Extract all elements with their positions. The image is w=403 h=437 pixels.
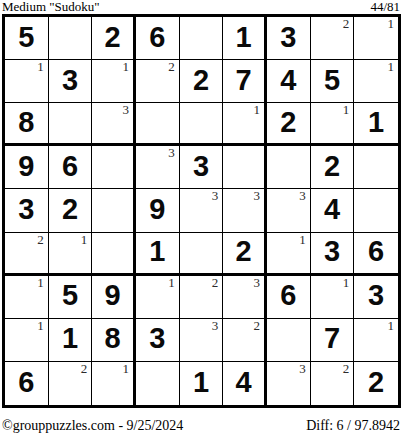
given-digit: 3: [18, 195, 34, 224]
corner-mark: 3: [299, 362, 306, 376]
given-digit: 3: [368, 281, 384, 310]
progress-counter: 44/81: [370, 0, 400, 13]
corner-mark: 2: [37, 233, 44, 247]
cell-r8c6[interactable]: 2: [223, 319, 267, 362]
cell-r8c9[interactable]: 1: [354, 319, 398, 362]
given-digit: 3: [193, 152, 209, 181]
cell-r8c2[interactable]: 1: [49, 319, 93, 362]
given-digit: 6: [62, 152, 78, 181]
given-digit: 1: [149, 237, 165, 266]
given-digit: 3: [324, 237, 340, 266]
given-digit: 8: [18, 108, 34, 137]
corner-mark: 1: [343, 276, 350, 290]
cell-r9c3[interactable]: 1: [92, 362, 136, 405]
corner-mark: 1: [388, 319, 395, 333]
cell-r8c3[interactable]: 8: [92, 319, 136, 362]
cell-r2c1[interactable]: 1: [5, 60, 49, 103]
corner-mark: 1: [123, 362, 130, 376]
cell-r4c7[interactable]: [267, 146, 311, 189]
cell-r9c8[interactable]: 2: [311, 362, 355, 405]
given-digit: 2: [324, 152, 340, 181]
corner-mark: 3: [299, 189, 306, 203]
corner-mark: 1: [388, 60, 395, 74]
cell-r8c4[interactable]: 3: [136, 319, 180, 362]
cell-r8c1[interactable]: 1: [5, 319, 49, 362]
given-digit: 2: [193, 66, 209, 95]
cell-r7c7[interactable]: 6: [267, 276, 311, 319]
given-digit: 6: [280, 281, 296, 310]
cell-r2c7[interactable]: 4: [267, 60, 311, 103]
cell-r7c5[interactable]: 2: [180, 276, 224, 319]
cell-r1c4[interactable]: 6: [136, 17, 180, 60]
given-digit: 2: [105, 23, 121, 52]
cell-r6c2[interactable]: 1: [49, 233, 93, 276]
cell-r8c8[interactable]: 7: [311, 319, 355, 362]
corner-mark: 2: [81, 362, 88, 376]
corner-mark: 3: [123, 103, 130, 117]
cell-r5c1[interactable]: 3: [5, 189, 49, 232]
cell-r7c9[interactable]: 3: [354, 276, 398, 319]
given-digit: 9: [18, 152, 34, 181]
cell-r5c3[interactable]: [92, 189, 136, 232]
given-digit: 7: [324, 324, 340, 353]
cell-r4c9[interactable]: [354, 146, 398, 189]
cell-r4c5[interactable]: 3: [180, 146, 224, 189]
cell-r5c4[interactable]: 9: [136, 189, 180, 232]
cell-r2c5[interactable]: 2: [180, 60, 224, 103]
cell-r3c9[interactable]: 1: [354, 103, 398, 146]
cell-r1c3[interactable]: 2: [92, 17, 136, 60]
cell-r2c3[interactable]: 1: [92, 60, 136, 103]
cell-r6c8[interactable]: 3: [311, 233, 355, 276]
cell-r1c1[interactable]: 5: [5, 17, 49, 60]
given-digit: 1: [193, 368, 209, 397]
given-digit: 6: [368, 237, 384, 266]
cell-r7c1[interactable]: 1: [5, 276, 49, 319]
given-digit: 1: [62, 324, 78, 353]
cell-r9c9[interactable]: 2: [354, 362, 398, 405]
cell-r9c7[interactable]: 3: [267, 362, 311, 405]
corner-mark: 3: [212, 319, 219, 333]
corner-mark: 3: [168, 146, 175, 160]
cell-r6c3[interactable]: [92, 233, 136, 276]
cell-r7c3[interactable]: 9: [92, 276, 136, 319]
cell-r1c6[interactable]: 1: [223, 17, 267, 60]
corner-mark: 1: [81, 233, 88, 247]
corner-mark: 3: [254, 189, 261, 203]
cell-r6c7[interactable]: 1: [267, 233, 311, 276]
cell-r7c4[interactable]: 1: [136, 276, 180, 319]
corner-mark: 1: [388, 17, 395, 31]
corner-mark: 2: [343, 17, 350, 31]
given-digit: 2: [368, 368, 384, 397]
given-digit: 2: [280, 108, 296, 137]
cell-r9c5[interactable]: 1: [180, 362, 224, 405]
cell-r3c6[interactable]: 1: [223, 103, 267, 146]
cell-r5c8[interactable]: 4: [311, 189, 355, 232]
cell-r7c6[interactable]: 3: [223, 276, 267, 319]
given-digit: 2: [236, 237, 252, 266]
cell-r7c8[interactable]: 1: [311, 276, 355, 319]
cell-r6c1[interactable]: 2: [5, 233, 49, 276]
cell-r8c5[interactable]: 3: [180, 319, 224, 362]
cell-r2c9[interactable]: 1: [354, 60, 398, 103]
cell-r5c6[interactable]: 3: [223, 189, 267, 232]
cell-r6c9[interactable]: 6: [354, 233, 398, 276]
cell-r2c2[interactable]: 3: [49, 60, 93, 103]
cell-r2c6[interactable]: 7: [223, 60, 267, 103]
cell-r5c5[interactable]: 3: [180, 189, 224, 232]
cell-r2c8[interactable]: 5: [311, 60, 355, 103]
header: Medium "Sudoku" 44/81: [2, 0, 400, 14]
given-digit: 8: [105, 324, 121, 353]
given-digit: 4: [324, 195, 340, 224]
cell-r3c4[interactable]: [136, 103, 180, 146]
given-digit: 6: [18, 368, 34, 397]
cell-r1c9[interactable]: 1: [354, 17, 398, 60]
cell-r6c6[interactable]: 2: [223, 233, 267, 276]
cell-r4c1[interactable]: 9: [5, 146, 49, 189]
given-digit: 9: [149, 195, 165, 224]
corner-mark: 1: [37, 60, 44, 74]
given-digit: 5: [324, 66, 340, 95]
cell-r2c4[interactable]: 2: [136, 60, 180, 103]
page-title: Medium "Sudoku": [2, 0, 100, 13]
cell-r7c2[interactable]: 5: [49, 276, 93, 319]
given-digit: 3: [280, 23, 296, 52]
given-digit: 6: [149, 23, 165, 52]
cell-r1c5[interactable]: [180, 17, 224, 60]
cell-r4c3[interactable]: [92, 146, 136, 189]
corner-mark: 2: [212, 276, 219, 290]
cell-r4c6[interactable]: [223, 146, 267, 189]
given-digit: 4: [236, 368, 252, 397]
cell-r9c1[interactable]: 6: [5, 362, 49, 405]
cell-r1c8[interactable]: 2: [311, 17, 355, 60]
corner-mark: 1: [254, 103, 261, 117]
cell-r1c7[interactable]: 3: [267, 17, 311, 60]
cell-r4c4[interactable]: 3: [136, 146, 180, 189]
cell-r3c2[interactable]: [49, 103, 93, 146]
cell-r5c9[interactable]: [354, 189, 398, 232]
corner-mark: 1: [123, 60, 130, 74]
footer: ©grouppuzzles.com - 9/25/2024 Diff: 6 / …: [2, 416, 400, 436]
cell-r5c2[interactable]: 2: [49, 189, 93, 232]
given-digit: 1: [236, 23, 252, 52]
corner-mark: 1: [37, 319, 44, 333]
cell-r3c7[interactable]: 2: [267, 103, 311, 146]
cell-r6c4[interactable]: 1: [136, 233, 180, 276]
cell-r8c7[interactable]: [267, 319, 311, 362]
copyright-text: ©grouppuzzles.com - 9/25/2024: [2, 418, 183, 434]
given-digit: 4: [280, 66, 296, 95]
cell-r9c6[interactable]: 4: [223, 362, 267, 405]
corner-mark: 2: [168, 60, 175, 74]
given-digit: 3: [62, 66, 78, 95]
given-digit: 2: [62, 195, 78, 224]
sudoku-board: 5261321131227451831211963323293334211213…: [2, 14, 401, 408]
given-digit: 3: [149, 324, 165, 353]
corner-mark: 1: [168, 276, 175, 290]
cell-r5c7[interactable]: 3: [267, 189, 311, 232]
given-digit: 1: [368, 108, 384, 137]
cell-r3c5[interactable]: [180, 103, 224, 146]
given-digit: 5: [18, 23, 34, 52]
cell-r9c2[interactable]: 2: [49, 362, 93, 405]
corner-mark: 3: [254, 276, 261, 290]
corner-mark: 2: [343, 362, 350, 376]
cell-r9c4[interactable]: [136, 362, 180, 405]
sudoku-page: Medium "Sudoku" 44/81 526132113122745183…: [0, 0, 403, 437]
corner-mark: 3: [212, 189, 219, 203]
given-digit: 9: [105, 281, 121, 310]
difficulty-text: Diff: 6 / 97.8942: [306, 418, 400, 434]
cell-r4c8[interactable]: 2: [311, 146, 355, 189]
cell-r3c8[interactable]: 1: [311, 103, 355, 146]
corner-mark: 2: [254, 319, 261, 333]
given-digit: 7: [236, 66, 252, 95]
cell-r4c2[interactable]: 6: [49, 146, 93, 189]
corner-mark: 1: [299, 233, 306, 247]
cell-r6c5[interactable]: [180, 233, 224, 276]
cell-r3c1[interactable]: 8: [5, 103, 49, 146]
corner-mark: 1: [37, 276, 44, 290]
cell-r3c3[interactable]: 3: [92, 103, 136, 146]
given-digit: 5: [62, 281, 78, 310]
cell-r1c2[interactable]: [49, 17, 93, 60]
corner-mark: 1: [343, 103, 350, 117]
